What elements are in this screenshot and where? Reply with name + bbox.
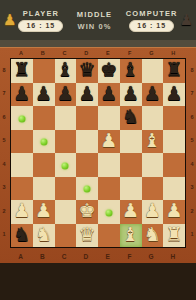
square-f2[interactable]: ♟ — [120, 200, 142, 224]
piece-black-pawn[interactable]: ♟ — [35, 84, 52, 103]
square-b3[interactable] — [33, 177, 55, 201]
rank-label: 2 — [0, 199, 8, 223]
piece-white-rook[interactable]: ♜ — [166, 225, 183, 244]
piece-black-pawn[interactable]: ♟ — [13, 84, 30, 103]
square-c3[interactable] — [55, 177, 77, 201]
piece-white-queen[interactable]: ♛ — [79, 225, 96, 244]
square-c8[interactable]: ♝ — [55, 59, 77, 83]
piece-white-pawn[interactable]: ♟ — [13, 201, 30, 220]
piece-black-queen[interactable]: ♛ — [79, 60, 96, 79]
square-h7[interactable]: ♟ — [163, 83, 185, 107]
file-label: B — [32, 253, 54, 260]
square-a3[interactable] — [11, 177, 33, 201]
piece-white-knight[interactable]: ♞ — [35, 225, 52, 244]
computer-label: COMPUTER — [126, 9, 178, 18]
square-e2[interactable] — [98, 200, 120, 224]
square-g7[interactable]: ♟ — [142, 83, 164, 107]
computer-clock: 16 : 15 — [129, 20, 174, 32]
square-b5[interactable] — [33, 130, 55, 154]
piece-black-king[interactable]: ♚ — [100, 60, 117, 79]
square-b1[interactable]: ♞ — [33, 224, 55, 248]
file-label: G — [141, 50, 163, 56]
rank-label: 2 — [188, 199, 196, 223]
square-b7[interactable]: ♟ — [33, 83, 55, 107]
square-a1[interactable]: ♞ — [11, 224, 33, 248]
square-f4[interactable] — [120, 153, 142, 177]
piece-black-bishop[interactable]: ♝ — [57, 60, 74, 79]
square-g5[interactable]: ♝ — [142, 130, 164, 154]
square-c7[interactable]: ♟ — [55, 83, 77, 107]
rank-label: 5 — [188, 129, 196, 153]
square-e7[interactable]: ♟ — [98, 83, 120, 107]
piece-black-rook[interactable]: ♜ — [13, 60, 30, 79]
square-d2[interactable]: ♚ — [76, 200, 98, 224]
file-label: E — [97, 50, 119, 56]
rank-labels-left: 87654321 — [0, 58, 8, 246]
piece-black-knight[interactable]: ♞ — [122, 107, 139, 126]
square-d6[interactable] — [76, 106, 98, 130]
computer-panel: COMPUTER 16 : 15 ♟ — [126, 9, 193, 32]
piece-white-king[interactable]: ♚ — [79, 201, 96, 220]
square-f6[interactable]: ♞ — [120, 106, 142, 130]
square-g4[interactable] — [142, 153, 164, 177]
player-label: PLAYER — [23, 9, 59, 18]
square-a5[interactable] — [11, 130, 33, 154]
file-label: A — [10, 253, 32, 260]
file-label: H — [162, 253, 184, 260]
legal-move-dot[interactable] — [18, 115, 25, 122]
rank-labels-right: 87654321 — [188, 58, 196, 246]
square-a4[interactable] — [11, 153, 33, 177]
square-b2[interactable]: ♟ — [33, 200, 55, 224]
file-labels-top: ABCDEFGH — [10, 50, 184, 56]
file-label: B — [32, 50, 54, 56]
piece-white-bishop[interactable]: ♝ — [122, 225, 139, 244]
piece-white-pawn[interactable]: ♟ — [166, 201, 183, 220]
file-labels-bottom: ABCDEFGH — [10, 253, 184, 260]
square-b8[interactable] — [33, 59, 55, 83]
file-label: F — [119, 50, 141, 56]
rank-label: 6 — [188, 105, 196, 129]
square-g8[interactable] — [142, 59, 164, 83]
rank-label: 1 — [0, 223, 8, 247]
square-f3[interactable] — [120, 177, 142, 201]
square-e3[interactable] — [98, 177, 120, 201]
file-label: H — [162, 50, 184, 56]
piece-black-bishop[interactable]: ♝ — [122, 60, 139, 79]
square-f5[interactable] — [120, 130, 142, 154]
file-label: E — [97, 253, 119, 260]
square-d3[interactable] — [76, 177, 98, 201]
rank-label: 4 — [0, 152, 8, 176]
square-a2[interactable]: ♟ — [11, 200, 33, 224]
legal-move-dot[interactable] — [62, 162, 69, 169]
square-g1[interactable]: ♞ — [142, 224, 164, 248]
rank-label: 1 — [188, 223, 196, 247]
rank-label: 3 — [0, 176, 8, 200]
rank-label: 8 — [188, 58, 196, 82]
file-label: D — [75, 253, 97, 260]
square-g2[interactable]: ♟ — [142, 200, 164, 224]
difficulty-label: MIDDLE — [77, 10, 112, 19]
file-label: A — [10, 50, 32, 56]
player-panel: ♟ PLAYER 16 : 15 — [3, 9, 63, 32]
square-c1[interactable] — [55, 224, 77, 248]
game-info: MIDDLE WIN 0% — [77, 10, 112, 31]
square-e6[interactable] — [98, 106, 120, 130]
rank-label: 6 — [0, 105, 8, 129]
chess-board: ♜♝♛♚♝♜♟♟♟♟♟♟♟♟♞♟♝♟♟♚♟♟♟♞♞♛♝♞♜ — [10, 58, 186, 248]
square-c4[interactable] — [55, 153, 77, 177]
board-frame: ABCDEFGH 87654321 87654321 ♜♝♛♚♝♜♟♟♟♟♟♟♟… — [0, 47, 196, 263]
square-a8[interactable]: ♜ — [11, 59, 33, 83]
file-label: D — [75, 50, 97, 56]
piece-black-pawn[interactable]: ♟ — [79, 84, 96, 103]
square-d7[interactable]: ♟ — [76, 83, 98, 107]
square-b4[interactable] — [33, 153, 55, 177]
black-pawn-icon: ♟ — [180, 13, 193, 28]
file-label: F — [119, 253, 141, 260]
square-g6[interactable] — [142, 106, 164, 130]
square-h1[interactable]: ♜ — [163, 224, 185, 248]
white-pawn-icon: ♟ — [3, 13, 16, 28]
square-b6[interactable] — [33, 106, 55, 130]
piece-white-pawn[interactable]: ♟ — [35, 201, 52, 220]
piece-black-pawn[interactable]: ♟ — [122, 84, 139, 103]
legal-move-dot[interactable] — [105, 209, 112, 216]
square-c2[interactable] — [55, 200, 77, 224]
piece-black-pawn[interactable]: ♟ — [144, 84, 161, 103]
square-f7[interactable]: ♟ — [120, 83, 142, 107]
piece-black-pawn[interactable]: ♟ — [166, 84, 183, 103]
header: ♟ PLAYER 16 : 15 MIDDLE WIN 0% COMPUTER … — [0, 0, 196, 40]
square-d4[interactable] — [76, 153, 98, 177]
rank-label: 7 — [0, 82, 8, 106]
square-c5[interactable] — [55, 130, 77, 154]
chess-app: ♟ PLAYER 16 : 15 MIDDLE WIN 0% COMPUTER … — [0, 0, 196, 300]
bottom-background — [0, 263, 196, 300]
file-label: G — [141, 253, 163, 260]
square-h6[interactable] — [163, 106, 185, 130]
piece-black-pawn[interactable]: ♟ — [57, 84, 74, 103]
square-g3[interactable] — [142, 177, 164, 201]
rank-label: 3 — [188, 176, 196, 200]
legal-move-dot[interactable] — [40, 139, 47, 146]
square-h8[interactable]: ♜ — [163, 59, 185, 83]
square-a6[interactable] — [11, 106, 33, 130]
square-e4[interactable] — [98, 153, 120, 177]
rank-label: 5 — [0, 129, 8, 153]
piece-white-bishop[interactable]: ♝ — [144, 131, 161, 150]
player-clock: 16 : 15 — [18, 20, 63, 32]
square-a7[interactable]: ♟ — [11, 83, 33, 107]
file-label: C — [54, 253, 76, 260]
win-percentage: WIN 0% — [77, 22, 111, 31]
rank-label: 7 — [188, 82, 196, 106]
square-d5[interactable] — [76, 130, 98, 154]
piece-white-pawn[interactable]: ♟ — [144, 201, 161, 220]
square-h5[interactable] — [163, 130, 185, 154]
file-label: C — [54, 50, 76, 56]
square-f1[interactable]: ♝ — [120, 224, 142, 248]
piece-black-knight[interactable]: ♞ — [13, 225, 30, 244]
square-d8[interactable]: ♛ — [76, 59, 98, 83]
square-h2[interactable]: ♟ — [163, 200, 185, 224]
square-c6[interactable] — [55, 106, 77, 130]
square-h4[interactable] — [163, 153, 185, 177]
piece-white-knight[interactable]: ♞ — [144, 225, 161, 244]
square-e1[interactable] — [98, 224, 120, 248]
square-d1[interactable]: ♛ — [76, 224, 98, 248]
square-e5[interactable]: ♟ — [98, 130, 120, 154]
piece-white-pawn[interactable]: ♟ — [100, 131, 117, 150]
header-board-divider — [0, 40, 196, 47]
square-h3[interactable] — [163, 177, 185, 201]
piece-black-rook[interactable]: ♜ — [166, 60, 183, 79]
piece-black-pawn[interactable]: ♟ — [100, 84, 117, 103]
rank-label: 4 — [188, 152, 196, 176]
square-f8[interactable]: ♝ — [120, 59, 142, 83]
square-e8[interactable]: ♚ — [98, 59, 120, 83]
legal-move-dot[interactable] — [84, 186, 91, 193]
piece-white-pawn[interactable]: ♟ — [122, 201, 139, 220]
rank-label: 8 — [0, 58, 8, 82]
